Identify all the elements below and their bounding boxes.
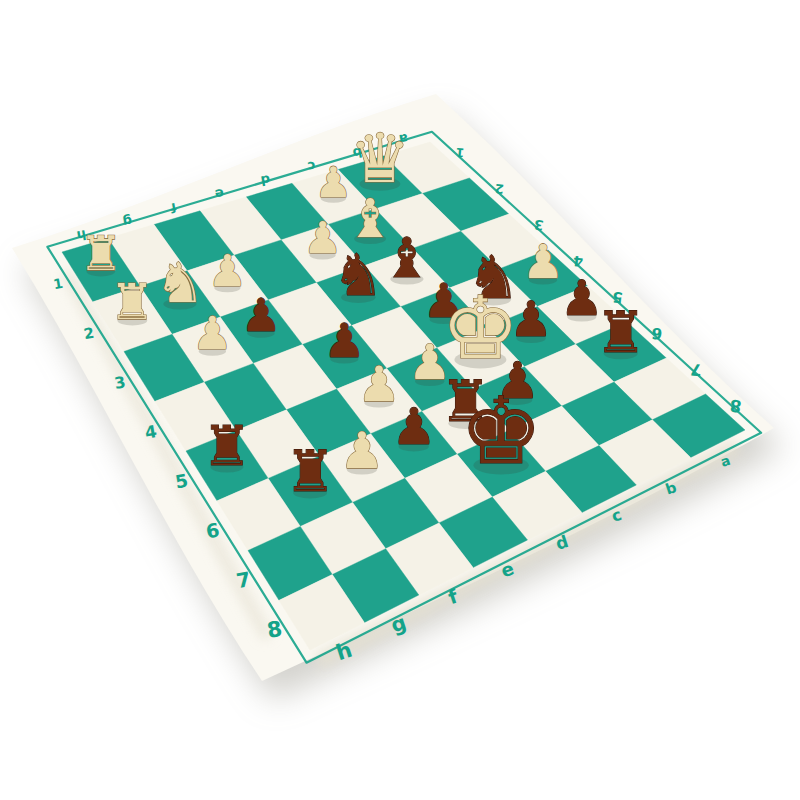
dark-pawn-f3: ♟ <box>241 289 282 342</box>
rank-label-right-8: 8 <box>729 396 743 417</box>
dark-king-d7: ♚ <box>460 377 543 485</box>
light-pawn-a4: ♟ <box>522 234 564 289</box>
light-pawn-g3: ♟ <box>192 307 233 360</box>
light-rook-h2: ♜ <box>110 273 154 331</box>
rank-label-right-3: 3 <box>533 217 544 234</box>
rank-label-right-2: 2 <box>494 181 505 197</box>
light-pawn-f2: ♟ <box>208 245 247 296</box>
dark-rook-g6: ♜ <box>285 438 336 504</box>
rank-label-right-7: 7 <box>690 360 703 380</box>
rank-label-right-6: 6 <box>651 324 664 343</box>
dark-knight-d3: ♞ <box>333 242 384 309</box>
dark-rook-a6: ♜ <box>595 299 646 365</box>
dark-pawn-e6: ♟ <box>391 397 436 456</box>
rank-label-right-1: 1 <box>455 145 465 160</box>
chess-mat-scene: 1122334455667788aabbccddeeffgghh♛♟♝♟♜♝♟♟… <box>0 0 800 800</box>
light-knight-g2: ♞ <box>155 251 204 315</box>
light-queen-b1: ♛ <box>349 119 410 198</box>
rank-label-right-4: 4 <box>572 253 584 270</box>
dark-rook-h5: ♜ <box>202 414 251 478</box>
light-pawn-f6: ♟ <box>339 421 384 480</box>
product-photo-canvas: 1122334455667788aabbccddeeffgghh♛♟♝♟♜♝♟♟… <box>0 0 800 800</box>
